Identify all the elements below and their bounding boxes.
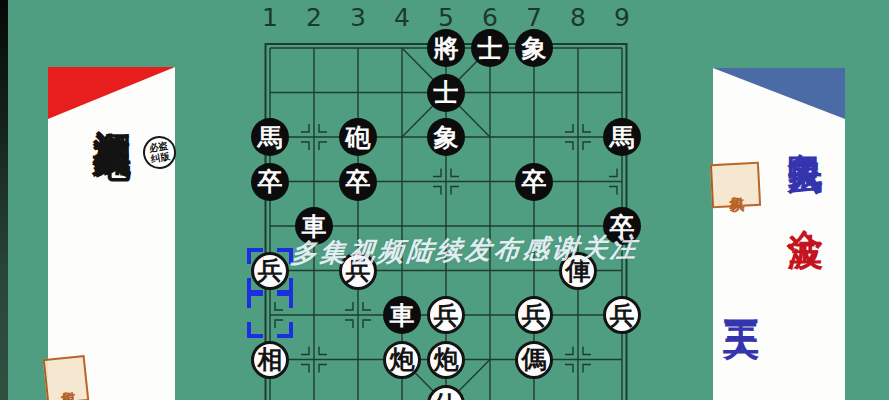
right-banner-title-column: 象甲风云 金波	[787, 124, 823, 400]
board-piece[interactable]: 車	[383, 296, 421, 334]
column-label: 2	[300, 3, 328, 32]
anti-piracy-badge: 必盗 纠版	[140, 133, 178, 171]
board-piece[interactable]: 將	[427, 29, 465, 67]
board-piece[interactable]: 士	[427, 74, 465, 112]
xiangqi-seal-stamp: 象棋	[43, 355, 90, 400]
board-piece[interactable]: 卒	[515, 163, 553, 201]
column-label: 4	[388, 3, 416, 32]
board-piece[interactable]: 兵	[427, 296, 465, 334]
column-label: 1	[256, 3, 284, 32]
column-label: 8	[564, 3, 592, 32]
column-label: 3	[344, 3, 372, 32]
board-piece[interactable]: 兵	[515, 296, 553, 334]
board-piece[interactable]: 象	[427, 118, 465, 156]
board-piece[interactable]: 兵	[251, 252, 289, 290]
board-piece[interactable]: 相	[251, 341, 289, 379]
left-banner-title: 江湖象棋残局天地	[93, 100, 131, 400]
board-piece[interactable]: 傌	[515, 341, 553, 379]
board-piece[interactable]: 士	[471, 29, 509, 67]
right-banner-subtitle: 金波	[785, 200, 825, 208]
board-piece[interactable]: 砲	[339, 118, 377, 156]
blue-corner-triangle	[713, 68, 845, 119]
move-highlight-bracket	[247, 292, 293, 338]
badge-line: 纠版	[150, 151, 171, 165]
xiangqi-seal-stamp: 象棋	[710, 162, 761, 209]
board-piece[interactable]: 炮	[383, 341, 421, 379]
board-piece[interactable]: 象	[515, 29, 553, 67]
column-label: 9	[608, 3, 636, 32]
right-banner: 象甲风云 金波 王天一	[713, 68, 845, 400]
board-piece[interactable]: 馬	[251, 118, 289, 156]
column-label: 7	[520, 3, 548, 32]
board-piece[interactable]: 兵	[603, 296, 641, 334]
right-banner-title: 象甲风云	[785, 124, 825, 140]
right-banner-player: 王天一	[723, 294, 759, 400]
board-piece[interactable]: 卒	[339, 163, 377, 201]
board-piece[interactable]: 炮	[427, 341, 465, 379]
left-banner: 江湖象棋残局天地 必盗 纠版	[48, 67, 175, 400]
board-piece[interactable]: 卒	[251, 163, 289, 201]
video-frame: 123456789 將士象士馬砲象馬卒卒卒車卒兵兵俥車兵兵兵相炮炮傌仕 多集视频…	[0, 0, 889, 400]
seal-text: 象棋	[58, 378, 73, 382]
column-label: 5	[432, 3, 460, 32]
seal-text: 象棋	[728, 184, 743, 187]
video-watermark-text: 多集视频陆续发布感谢关注	[289, 230, 641, 271]
board-piece[interactable]: 馬	[603, 118, 641, 156]
column-label: 6	[476, 3, 504, 32]
